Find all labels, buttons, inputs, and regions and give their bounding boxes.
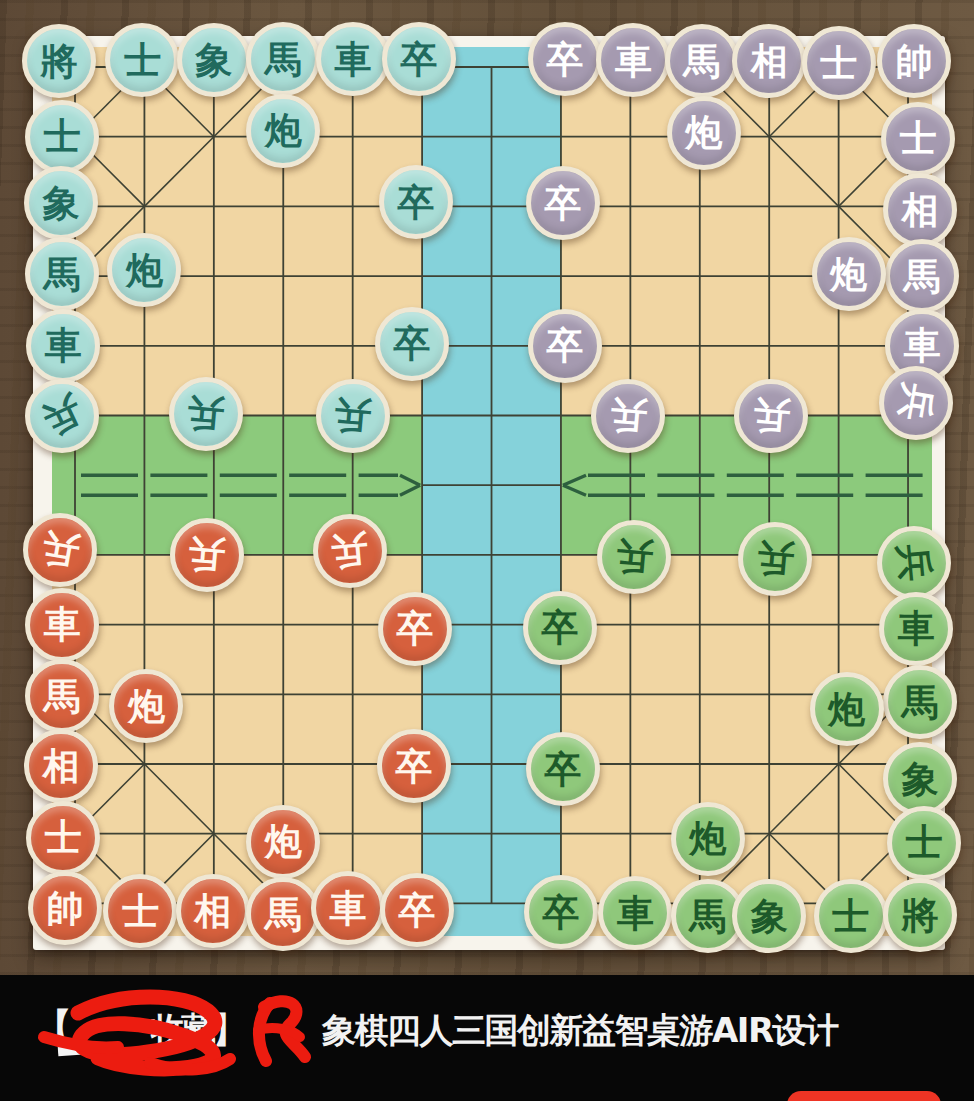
piece-red-帥[interactable]: 帥 [28, 871, 102, 945]
piece-red-馬[interactable]: 馬 [25, 659, 99, 733]
piece-purple-兵[interactable]: 兵 [734, 379, 808, 453]
red-scribble-overlay [0, 975, 974, 1101]
piece-teal-兵[interactable]: 兵 [25, 379, 99, 453]
piece-green-車[interactable]: 車 [598, 876, 672, 950]
piece-purple-炮[interactable]: 炮 [812, 237, 886, 311]
pieces-layer: 將士象馬車卒士象馬車兵炮炮卒卒兵兵卒車馬相士帥士相馬車兵炮炮卒卒兵兵兵車馬相士炮… [0, 0, 974, 975]
piece-red-車[interactable]: 車 [311, 871, 385, 945]
piece-purple-士[interactable]: 士 [802, 26, 876, 100]
piece-red-士[interactable]: 士 [103, 874, 177, 948]
piece-purple-炮[interactable]: 炮 [667, 96, 741, 170]
piece-red-馬[interactable]: 馬 [246, 877, 320, 951]
piece-green-車[interactable]: 車 [879, 592, 953, 666]
piece-purple-兵[interactable]: 兵 [879, 366, 953, 440]
piece-red-相[interactable]: 相 [176, 874, 250, 948]
piece-purple-相[interactable]: 相 [883, 173, 957, 247]
piece-red-兵[interactable]: 兵 [23, 513, 97, 587]
red-scribble-blob-1 [44, 997, 230, 1070]
piece-purple-卒[interactable]: 卒 [526, 166, 600, 240]
piece-purple-帥[interactable]: 帥 [877, 24, 951, 98]
piece-green-兵[interactable]: 兵 [738, 522, 812, 596]
piece-green-馬[interactable]: 馬 [883, 665, 957, 739]
piece-red-炮[interactable]: 炮 [109, 669, 183, 743]
piece-green-兵[interactable]: 兵 [877, 526, 951, 600]
piece-green-炮[interactable]: 炮 [671, 802, 745, 876]
piece-green-士[interactable]: 士 [814, 879, 888, 953]
piece-green-卒[interactable]: 卒 [526, 732, 600, 806]
piece-teal-炮[interactable]: 炮 [246, 94, 320, 168]
piece-purple-相[interactable]: 相 [732, 24, 806, 98]
cta-button[interactable] [787, 1091, 941, 1101]
piece-red-兵[interactable]: 兵 [313, 514, 387, 588]
piece-teal-象[interactable]: 象 [24, 166, 98, 240]
piece-red-車[interactable]: 車 [25, 588, 99, 662]
piece-purple-卒[interactable]: 卒 [528, 22, 602, 96]
piece-green-卒[interactable]: 卒 [523, 591, 597, 665]
piece-purple-馬[interactable]: 馬 [665, 24, 739, 98]
piece-teal-馬[interactable]: 馬 [246, 22, 320, 96]
piece-red-士[interactable]: 士 [26, 801, 100, 875]
piece-teal-兵[interactable]: 兵 [316, 379, 390, 453]
piece-green-炮[interactable]: 炮 [810, 672, 884, 746]
piece-teal-車[interactable]: 車 [316, 22, 390, 96]
piece-teal-士[interactable]: 士 [105, 23, 179, 97]
piece-teal-炮[interactable]: 炮 [107, 233, 181, 307]
piece-teal-車[interactable]: 車 [26, 309, 100, 383]
piece-green-士[interactable]: 士 [887, 806, 961, 880]
piece-green-將[interactable]: 將 [883, 878, 957, 952]
piece-purple-車[interactable]: 車 [596, 23, 670, 97]
piece-red-相[interactable]: 相 [24, 729, 98, 803]
piece-red-兵[interactable]: 兵 [170, 518, 244, 592]
piece-teal-卒[interactable]: 卒 [375, 307, 449, 381]
piece-purple-馬[interactable]: 馬 [885, 239, 959, 313]
piece-purple-士[interactable]: 士 [881, 102, 955, 176]
piece-green-卒[interactable]: 卒 [524, 875, 598, 949]
piece-teal-馬[interactable]: 馬 [25, 237, 99, 311]
piece-red-卒[interactable]: 卒 [377, 729, 451, 803]
red-scribble-blob-2 [258, 1001, 305, 1061]
piece-red-卒[interactable]: 卒 [380, 873, 454, 947]
piece-purple-卒[interactable]: 卒 [528, 309, 602, 383]
piece-teal-兵[interactable]: 兵 [169, 377, 243, 451]
piece-teal-將[interactable]: 將 [22, 24, 96, 98]
piece-green-象[interactable]: 象 [732, 879, 806, 953]
piece-teal-士[interactable]: 士 [25, 100, 99, 174]
piece-teal-卒[interactable]: 卒 [379, 165, 453, 239]
board-photo: 將士象馬車卒士象馬車兵炮炮卒卒兵兵卒車馬相士帥士相馬車兵炮炮卒卒兵兵兵車馬相士炮… [0, 0, 974, 975]
piece-teal-卒[interactable]: 卒 [382, 22, 456, 96]
piece-red-炮[interactable]: 炮 [246, 805, 320, 879]
piece-red-卒[interactable]: 卒 [378, 592, 452, 666]
piece-purple-兵[interactable]: 兵 [591, 379, 665, 453]
piece-teal-象[interactable]: 象 [177, 23, 251, 97]
piece-green-兵[interactable]: 兵 [597, 520, 671, 594]
caption-banner: 【 收藏】 象棋四人三国创新益智桌游AIR设计 [0, 975, 974, 1101]
